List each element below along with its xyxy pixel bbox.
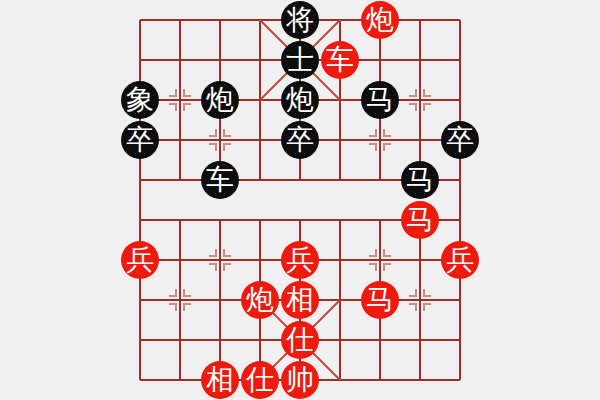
red-soldier-piece[interactable]: 兵 [441,241,479,279]
xiangqi-board: 将士象炮炮马卒卒卒车马炮车马兵兵兵炮相马仕相仕帅 [120,0,480,400]
black-soldier-piece[interactable]: 卒 [441,121,479,159]
red-chariot-piece[interactable]: 车 [321,41,359,79]
red-cannon-piece[interactable]: 炮 [241,281,279,319]
red-advisor-piece[interactable]: 仕 [281,321,319,359]
black-advisor-piece[interactable]: 士 [281,41,319,79]
red-elephant-piece[interactable]: 相 [281,281,319,319]
black-horse-piece[interactable]: 马 [361,81,399,119]
red-advisor-piece[interactable]: 仕 [241,361,279,399]
red-elephant-piece[interactable]: 相 [201,361,239,399]
black-general-piece[interactable]: 将 [281,1,319,39]
xiangqi-board-screenshot: 将士象炮炮马卒卒卒车马炮车马兵兵兵炮相马仕相仕帅 [0,0,600,400]
black-chariot-piece[interactable]: 车 [201,161,239,199]
black-elephant-piece[interactable]: 象 [121,81,159,119]
black-horse-piece[interactable]: 马 [401,161,439,199]
red-soldier-piece[interactable]: 兵 [121,241,159,279]
red-cannon-piece[interactable]: 炮 [361,1,399,39]
red-soldier-piece[interactable]: 兵 [281,241,319,279]
red-horse-piece[interactable]: 马 [361,281,399,319]
red-horse-piece[interactable]: 马 [401,201,439,239]
black-cannon-piece[interactable]: 炮 [281,81,319,119]
red-general-piece[interactable]: 帅 [281,361,319,399]
black-cannon-piece[interactable]: 炮 [201,81,239,119]
black-soldier-piece[interactable]: 卒 [121,121,159,159]
black-soldier-piece[interactable]: 卒 [281,121,319,159]
